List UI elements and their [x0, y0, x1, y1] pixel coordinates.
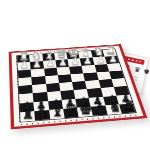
square-c8: ♝	[49, 109, 65, 120]
square-a7: ♟	[20, 102, 35, 112]
square-h6	[114, 86, 130, 95]
board-grid: ♜♞♝♛♚♝♞♜♟♟♟♟♟♟♟♟♟♟♟♟♟♟♟♟♜♞♝♛♚♝♞♜	[16, 49, 137, 123]
square-e6	[74, 89, 89, 99]
square-d5	[59, 82, 74, 91]
black-pawn: ♟	[20, 101, 34, 112]
chess-board: ♜♞♝♛♚♝♞♜♟♟♟♟♟♟♟♟♟♟♟♟♟♟♟♟♜♞♝♛♚♝♞♜	[9, 44, 148, 129]
board-margin: ♜♞♝♛♚♝♞♜♟♟♟♟♟♟♟♟♟♟♟♟♟♟♟♟♜♞♝♛♚♝♞♜	[12, 46, 144, 127]
square-d4	[58, 74, 72, 83]
square-h8: ♜	[119, 103, 136, 113]
product-photo: { "game": "chess", "scene_description": …	[0, 0, 150, 150]
square-a8: ♜	[20, 111, 35, 122]
square-b8: ♞	[34, 110, 49, 121]
black-pawn: ♟	[119, 93, 133, 104]
scene: ♜♞♝♛♚♝♞♜♟♟♟♟♟♟♟♟♟♟♟♟♟♟♟♟♜♞♝♛♚♝♞♜	[0, 0, 150, 150]
square-e8: ♚	[77, 107, 93, 117]
square-a3	[18, 69, 32, 78]
square-b1: ♞	[30, 54, 43, 62]
black-pawn: ♟	[35, 100, 49, 111]
black-rook: ♜	[121, 99, 135, 113]
